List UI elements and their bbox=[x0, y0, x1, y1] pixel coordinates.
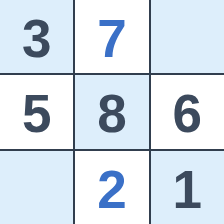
cell-r3c3[interactable]: 1 bbox=[151, 151, 224, 224]
cell-r1c2[interactable]: 7 bbox=[75, 0, 148, 73]
cell-r3c1[interactable] bbox=[0, 151, 73, 224]
digit-r2c1: 5 bbox=[22, 87, 51, 140]
cell-r3c2[interactable]: 2 bbox=[75, 151, 148, 224]
digit-r2c2: 8 bbox=[97, 87, 126, 140]
cell-r2c2[interactable]: 8 bbox=[75, 75, 148, 148]
digit-r2c3: 6 bbox=[173, 87, 202, 140]
cell-r1c3[interactable] bbox=[151, 0, 224, 73]
digit-r1c1: 3 bbox=[22, 12, 51, 65]
cell-r1c1[interactable]: 3 bbox=[0, 0, 73, 73]
cell-r2c3[interactable]: 6 bbox=[151, 75, 224, 148]
digit-r3c2: 2 bbox=[97, 163, 126, 216]
sudoku-board: 3 7 5 8 6 2 1 bbox=[0, 0, 224, 224]
digit-r3c3: 1 bbox=[173, 163, 202, 216]
digit-r1c2: 7 bbox=[97, 12, 126, 65]
cell-r2c1[interactable]: 5 bbox=[0, 75, 73, 148]
